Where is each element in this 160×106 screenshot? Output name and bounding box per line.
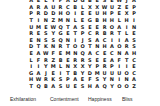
grid-cell[interactable]: Q — [101, 83, 108, 90]
grid-cell[interactable]: P — [79, 30, 86, 37]
grid-cell[interactable]: W — [42, 50, 49, 57]
grid-cell[interactable]: E — [79, 17, 86, 24]
grid-cell[interactable]: A — [50, 83, 57, 90]
grid-cell[interactable]: E — [130, 30, 137, 37]
grid-cell[interactable]: A — [94, 83, 101, 90]
grid-cell[interactable]: M — [57, 17, 64, 24]
grid-cell[interactable]: I — [35, 17, 42, 24]
grid-cell[interactable]: B — [94, 17, 101, 24]
grid-cell[interactable]: G — [86, 17, 93, 24]
grid-cell[interactable]: S — [42, 30, 49, 37]
grid-cell[interactable]: E — [101, 50, 108, 57]
grid-cell[interactable]: I — [28, 63, 35, 70]
grid-cell[interactable]: A — [123, 50, 130, 57]
grid-cell[interactable]: N — [72, 50, 79, 57]
grid-cell[interactable]: T — [72, 30, 79, 37]
grid-cell[interactable]: A — [35, 50, 42, 57]
grid-cell[interactable]: R — [108, 30, 115, 37]
grid-cell[interactable]: O — [123, 83, 130, 90]
grid-cell[interactable]: R — [94, 30, 101, 37]
grid-cell[interactable]: L — [57, 63, 64, 70]
word-list-item-contentment: Contentment — [50, 96, 79, 103]
grid-cell[interactable]: G — [57, 30, 64, 37]
grid-cell[interactable]: E — [28, 50, 35, 57]
grid-cell[interactable]: L — [72, 17, 79, 24]
grid-cell[interactable]: E — [130, 63, 137, 70]
grid-cell[interactable]: Y — [42, 63, 49, 70]
grid-cell[interactable]: B — [101, 30, 108, 37]
word-list-item-happiness: Happiness — [88, 96, 112, 103]
grid-cell[interactable]: Y — [86, 63, 93, 70]
grid-cell[interactable]: X — [79, 63, 86, 70]
grid-cell[interactable]: O — [116, 83, 123, 90]
grid-cell[interactable]: P — [94, 63, 101, 70]
grid-cell[interactable]: H — [101, 17, 108, 24]
grid-cell[interactable]: I — [35, 63, 42, 70]
word-list: Exhilaration Contentment Happiness Bliss — [0, 96, 160, 104]
grid-cell[interactable]: T — [28, 83, 35, 90]
grid-cell[interactable]: T — [28, 17, 35, 24]
grid-cell[interactable]: S — [79, 83, 86, 90]
grid-cell[interactable]: E — [57, 50, 64, 57]
grid-cell[interactable]: H — [123, 17, 130, 24]
grid-cell[interactable]: N — [42, 17, 49, 24]
grid-cell[interactable]: H — [86, 83, 93, 90]
grid-cell[interactable]: H — [130, 50, 137, 57]
grid-cell[interactable]: E — [64, 30, 71, 37]
grid-cell[interactable]: X — [72, 63, 79, 70]
grid-cell[interactable]: F — [50, 50, 57, 57]
grid-cell[interactable]: Y — [50, 30, 57, 37]
grid-cell[interactable]: M — [50, 63, 57, 70]
grid-cell[interactable]: T — [116, 30, 123, 37]
grid-cell[interactable]: Z — [50, 17, 57, 24]
grid-cell[interactable]: C — [86, 30, 93, 37]
word-list-item-bliss: Bliss — [122, 96, 133, 103]
grid-cell[interactable]: U — [64, 83, 71, 90]
grid-cell[interactable]: Q — [79, 50, 86, 57]
grid-cell[interactable]: I — [130, 17, 137, 24]
grid-cell[interactable]: R — [101, 63, 108, 70]
grid-cell[interactable]: P — [108, 63, 115, 70]
grid-cell[interactable]: I — [123, 63, 130, 70]
grid-cell[interactable]: S — [57, 83, 64, 90]
grid-cell[interactable]: Y — [108, 83, 115, 90]
grid-cell[interactable]: I — [116, 63, 123, 70]
word-search-grid: AELYFADGBESEWJAARAURCBLXXWUZEPPRDDHOIEEU… — [28, 0, 138, 90]
grid-cell[interactable]: Q — [35, 83, 42, 90]
grid-cell[interactable]: C — [108, 50, 115, 57]
grid-cell[interactable]: H — [108, 17, 115, 24]
grid-cell[interactable]: L — [116, 17, 123, 24]
grid-cell[interactable]: M — [64, 50, 71, 57]
grid-cell[interactable]: N — [116, 50, 123, 57]
grid-cell[interactable]: E — [72, 83, 79, 90]
grid-cell[interactable]: C — [94, 50, 101, 57]
word-list-item-exhilaration: Exhilaration — [10, 96, 36, 103]
grid-cell[interactable]: Z — [130, 83, 137, 90]
grid-cell[interactable]: L — [123, 30, 130, 37]
grid-cell[interactable]: A — [86, 50, 93, 57]
grid-cell[interactable]: R — [28, 30, 35, 37]
grid-cell[interactable]: N — [64, 63, 71, 70]
grid-cell[interactable]: E — [35, 30, 42, 37]
grid-cell[interactable]: N — [64, 17, 71, 24]
grid-cell[interactable]: B — [42, 83, 49, 90]
